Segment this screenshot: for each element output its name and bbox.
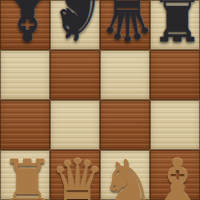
white-bishop-piece[interactable]: ♝ — [150, 150, 200, 200]
black-knight-piece[interactable]: ♞ — [50, 0, 100, 50]
board-square-r2c3[interactable] — [150, 100, 200, 150]
board-square-r3c2[interactable]: ♞ — [100, 150, 150, 200]
board-square-r0c0[interactable]: ♝ — [0, 0, 50, 50]
board-square-r1c0[interactable] — [0, 50, 50, 100]
black-rook-piece[interactable]: ♜ — [150, 0, 200, 50]
black-bishop-piece[interactable]: ♝ — [0, 0, 50, 50]
board-square-r0c3[interactable]: ♜ — [150, 0, 200, 50]
board-square-r3c1[interactable]: ♛ — [50, 150, 100, 200]
board-square-r1c2[interactable] — [100, 50, 150, 100]
chess-board: ♝♞♛♜♜♛♞♝ — [0, 0, 200, 200]
board-square-r0c2[interactable]: ♛ — [100, 0, 150, 50]
board-square-r1c3[interactable] — [150, 50, 200, 100]
board-square-r3c0[interactable]: ♜ — [0, 150, 50, 200]
white-rook-piece[interactable]: ♜ — [0, 150, 50, 200]
white-knight-piece[interactable]: ♞ — [100, 150, 150, 200]
black-queen-piece[interactable]: ♛ — [100, 0, 150, 50]
board-square-r2c2[interactable] — [100, 100, 150, 150]
board-square-r2c0[interactable] — [0, 100, 50, 150]
board-square-r2c1[interactable] — [50, 100, 100, 150]
board-square-r0c1[interactable]: ♞ — [50, 0, 100, 50]
board-square-r1c1[interactable] — [50, 50, 100, 100]
white-queen-piece[interactable]: ♛ — [50, 150, 100, 200]
board-square-r3c3[interactable]: ♝ — [150, 150, 200, 200]
